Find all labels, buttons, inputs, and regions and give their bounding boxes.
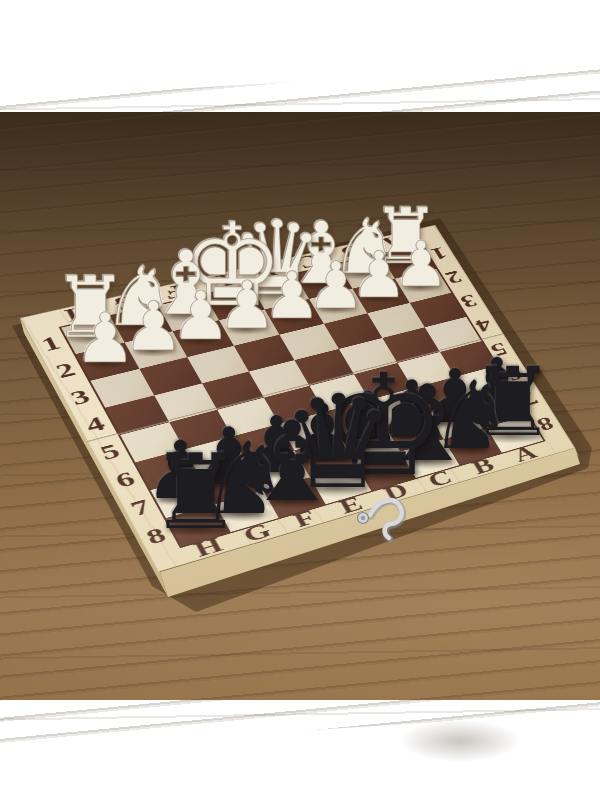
pawn-glyph: ♟ — [74, 298, 136, 378]
piece-white-pawn-h2: ♟ — [74, 304, 136, 373]
photo-of-chess-set: 12345678 12345678 HGFEDCBA HGFEDCBA ♜♞♝♚… — [0, 0, 600, 800]
pieces-layer: ♜♞♝♚♛♝♞♜♟♟♟♟♟♟♟♟♟♟♟♟♟♟♟♟♜♞♝♛♚♝♞♜ — [0, 0, 600, 800]
piece-black-rook-h8: ♜ — [149, 439, 242, 543]
rook-glyph: ♜ — [149, 430, 242, 552]
clasp-hook-icon — [347, 485, 429, 551]
